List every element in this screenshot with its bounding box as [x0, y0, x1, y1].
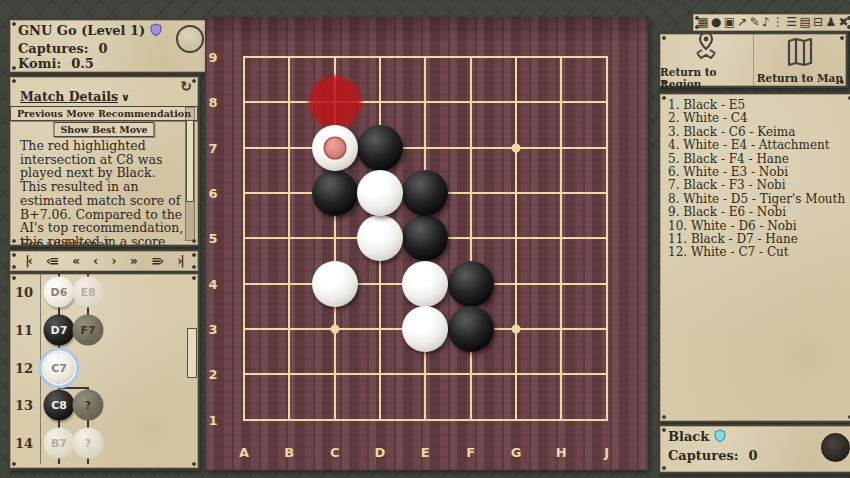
- column-coordinate-label: A: [239, 445, 249, 460]
- white-komi-value: 0.5: [71, 56, 94, 71]
- star-point: [511, 143, 520, 152]
- grid-line: [243, 373, 608, 375]
- back-button[interactable]: ‹: [93, 253, 96, 269]
- tree-gutter-divider: [40, 274, 41, 464]
- stone-D5: [357, 215, 403, 261]
- stone-E3: [402, 306, 448, 352]
- go-board[interactable]: 987654321ABCDEFGHJ: [205, 17, 648, 470]
- column-coordinate-label: C: [330, 445, 340, 460]
- tree-move-number: 13: [10, 398, 38, 413]
- forward-button[interactable]: ›: [112, 253, 115, 269]
- stone-D7: [357, 125, 403, 171]
- board-icon[interactable]: ▦: [697, 15, 708, 30]
- forward-ten-button[interactable]: »: [130, 253, 136, 269]
- column-coordinate-label: B: [284, 445, 294, 460]
- chart-icon[interactable]: ↗: [737, 15, 747, 30]
- column-coordinate-label: F: [466, 445, 475, 460]
- music-icon[interactable]: ♪: [762, 15, 770, 30]
- move-list-item[interactable]: 11. Black - D7 - Hane: [668, 233, 850, 246]
- column-coordinate-label: J: [604, 445, 609, 460]
- move-list-item[interactable]: 9. Black - E6 - Nobi: [668, 206, 850, 219]
- tree-connector: [58, 387, 89, 389]
- row-coordinate-label: 8: [208, 95, 217, 110]
- close-icon[interactable]: ✖: [838, 15, 848, 30]
- row-coordinate-label: 6: [208, 185, 217, 200]
- move-tree: 1011121314D6E8D7F7C7C8?B7?: [10, 274, 194, 464]
- map-icon: [783, 37, 817, 71]
- column-coordinate-label: D: [375, 445, 386, 460]
- region-pin-icon: [689, 31, 723, 65]
- tree-move-number: 14: [10, 436, 38, 451]
- row-coordinate-label: 5: [208, 231, 217, 246]
- white-player-panel: GNU Go (Level 1) Captures:0 Komi:0.5: [8, 18, 216, 74]
- tree-move-number: 10: [10, 285, 38, 300]
- white-captures-value: 0: [99, 41, 108, 56]
- top-toolbar: ▦●▣↗✎♪⋮☰▤⊟♟✖: [692, 13, 850, 32]
- row-coordinate-label: 4: [208, 276, 217, 291]
- details-scrollbar-thumb[interactable]: [186, 120, 194, 202]
- move-list-item[interactable]: 3. Black - C6 - Keima: [668, 126, 850, 139]
- chevron-down-icon: ∨: [121, 91, 130, 104]
- analysis-text-clipped: For additional: [20, 237, 184, 247]
- stone-D6: [357, 170, 403, 216]
- row-coordinate-label: 3: [208, 321, 217, 336]
- tree-move-number: 12: [10, 360, 38, 375]
- black-rank-shield-icon: [714, 429, 726, 447]
- move-list-item[interactable]: 6. White - E3 - Nobi: [668, 166, 850, 179]
- previous-move-recommendation-button[interactable]: Previous Move Recommendation: [10, 106, 198, 121]
- tree-node-E8[interactable]: E8: [73, 277, 104, 308]
- player-icon[interactable]: ♟: [825, 15, 836, 30]
- tree-node-unknown[interactable]: ?: [73, 390, 104, 421]
- black-player-panel: Black Captures:0: [658, 424, 850, 474]
- stone-icon[interactable]: ●: [711, 15, 721, 30]
- tree-move-number: 11: [10, 322, 38, 337]
- stone-F3: [448, 306, 494, 352]
- stone-C6: [312, 170, 358, 216]
- refresh-icon[interactable]: ↻: [180, 78, 192, 94]
- return-to-map-label: Return to Map: [757, 72, 843, 84]
- tree-node-C8[interactable]: C8: [44, 390, 75, 421]
- match-details-link[interactable]: Match Details∨: [20, 89, 130, 104]
- tree-node-B7[interactable]: B7: [44, 428, 75, 459]
- white-komi-line: Komi:0.5: [18, 56, 206, 72]
- black-captures-value: 0: [749, 448, 758, 463]
- white-captures-label: Captures:: [18, 41, 89, 56]
- move-tree-panel: 1011121314D6E8D7F7C7C8?B7?: [8, 272, 200, 470]
- analysis-text: The red highlighted intersection at C8 w…: [20, 139, 184, 247]
- tree-node-C7[interactable]: C7: [44, 352, 75, 383]
- tree-scrollbar-thumb[interactable]: [187, 328, 197, 378]
- grid-line: [243, 419, 608, 421]
- star-point: [511, 324, 520, 333]
- list-icon[interactable]: ☰: [786, 15, 797, 30]
- move-list-item[interactable]: 12. White - C7 - Cut: [668, 246, 850, 259]
- move-list-item[interactable]: 8. White - D5 - Tiger's Mouth: [668, 193, 850, 206]
- row-coordinate-label: 1: [208, 412, 217, 427]
- return-to-region-label: Return to Region: [660, 66, 753, 90]
- black-stone-indicator-icon: [821, 433, 850, 462]
- column-coordinate-label: G: [511, 445, 522, 460]
- stone-F4: [448, 261, 494, 307]
- last-move-button[interactable]: ›|: [177, 253, 182, 269]
- tree-node-unknown[interactable]: ?: [73, 428, 104, 459]
- row-coordinate-label: 2: [208, 367, 217, 382]
- dots-icon[interactable]: ⋮: [772, 15, 784, 30]
- played-move-highlight: [306, 73, 364, 131]
- last-move-marker: [323, 136, 346, 159]
- row-coordinate-label: 9: [208, 50, 217, 65]
- grid-line: [515, 56, 517, 421]
- moves-list-icon[interactable]: ▤: [799, 15, 810, 30]
- move-list-panel: 1. Black - E52. White - C43. Black - C6 …: [658, 92, 850, 423]
- first-move-button[interactable]: |‹: [25, 253, 30, 269]
- column-coordinate-label: E: [421, 445, 430, 460]
- grid-line: [560, 56, 562, 421]
- grid-line: [470, 56, 472, 421]
- tree-node-D7[interactable]: D7: [44, 314, 75, 345]
- white-rank-shield-icon: [150, 23, 162, 41]
- stone-E4: [402, 261, 448, 307]
- camera-icon[interactable]: ▣: [724, 15, 735, 30]
- white-komi-label: Komi:: [18, 56, 61, 71]
- navigation-panel: Return to Region Return to Map: [658, 32, 848, 88]
- star-point: [330, 324, 339, 333]
- stone-C4: [312, 261, 358, 307]
- row-coordinate-label: 7: [208, 140, 217, 155]
- tree-node-F7[interactable]: F7: [73, 314, 104, 345]
- match-details-label: Match Details: [20, 89, 118, 104]
- move-list-item[interactable]: 7. Black - F3 - Nobi: [668, 179, 850, 192]
- match-details-panel: ↻ Match Details∨ Previous Move Recommend…: [8, 75, 200, 247]
- show-best-move-button[interactable]: Show Best Move: [53, 122, 154, 137]
- tree-scrollbar[interactable]: [187, 276, 195, 464]
- playback-controls: |‹‹≡«‹›»≡››|: [8, 249, 200, 273]
- forward-branch-button[interactable]: ≡›: [151, 253, 162, 269]
- details-scrollbar[interactable]: [185, 107, 195, 241]
- back-branch-button[interactable]: ‹≡: [46, 253, 57, 269]
- white-player-name: GNU Go (Level 1): [18, 23, 145, 38]
- move-list-item[interactable]: 5. Black - F4 - Hane: [668, 153, 850, 166]
- white-stone-indicator-icon: [176, 25, 204, 53]
- edit-icon[interactable]: ✎: [750, 15, 760, 30]
- move-list-item[interactable]: 1. Black - E5: [668, 99, 850, 112]
- black-captures-label: Captures:: [668, 448, 739, 463]
- back-ten-button[interactable]: «: [72, 253, 78, 269]
- grid-line: [606, 56, 608, 421]
- black-player-name: Black: [668, 429, 709, 444]
- tree-node-D6[interactable]: D6: [44, 277, 75, 308]
- move-list-item[interactable]: 10. White - D6 - Nobi: [668, 220, 850, 233]
- move-list-item[interactable]: 4. White - E4 - Attachment: [668, 139, 850, 152]
- stone-E6: [402, 170, 448, 216]
- move-list-item[interactable]: 2. White - C4: [668, 112, 850, 125]
- return-to-region-button[interactable]: Return to Region: [660, 34, 753, 86]
- return-to-map-button[interactable]: Return to Map: [753, 34, 847, 86]
- stone-C7: [312, 125, 358, 171]
- column-coordinate-label: H: [556, 445, 567, 460]
- stone-E5: [402, 215, 448, 261]
- save-icon[interactable]: ⊟: [813, 15, 823, 30]
